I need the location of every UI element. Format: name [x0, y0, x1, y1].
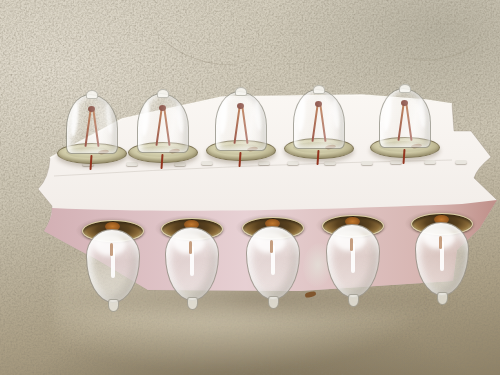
- glass-nipple-tip: [399, 84, 411, 93]
- perforation-dash-11: [455, 160, 467, 164]
- glass-nipple-tip: [268, 296, 279, 309]
- bulb-bottom-3: [236, 214, 308, 316]
- bulb-bottom-5: [405, 210, 477, 312]
- glass-nipple-tip: [86, 90, 98, 99]
- glass-nipple-tip: [157, 89, 169, 98]
- bulb-top-5: [370, 88, 438, 174]
- glass-envelope: [326, 224, 380, 298]
- glass-dome: [66, 94, 118, 154]
- filament-glimpse: [110, 243, 113, 256]
- glass-dome: [379, 88, 431, 148]
- glass-dome: [293, 89, 345, 149]
- filament-glimpse: [350, 238, 353, 251]
- glass-nipple-tip: [437, 292, 448, 305]
- bulb-top-3: [206, 91, 274, 177]
- foam-tray: [0, 0, 500, 375]
- glass-nipple-tip: [187, 297, 198, 310]
- bulb-bottom-4: [316, 212, 388, 314]
- glass-envelope: [165, 227, 219, 301]
- filament-glimpse: [189, 241, 192, 254]
- bulb-bottom-1: [76, 217, 148, 319]
- filament-glimpse: [270, 240, 273, 253]
- glass-envelope: [86, 229, 140, 303]
- glass-envelope: [415, 222, 469, 296]
- glass-nipple-tip: [235, 87, 247, 96]
- bulb-top-1: [57, 94, 125, 180]
- bulb-top-4: [284, 89, 352, 175]
- filament-glimpse: [439, 236, 442, 249]
- glass-dome: [215, 91, 267, 151]
- glass-dome: [137, 93, 189, 153]
- bulb-bottom-2: [155, 215, 227, 317]
- bulb-top-2: [128, 93, 196, 179]
- glass-nipple-tip: [348, 294, 359, 307]
- glass-nipple-tip: [108, 299, 119, 312]
- photo-of-bulb-tray: [0, 0, 500, 375]
- glass-envelope: [246, 226, 300, 300]
- glass-nipple-tip: [313, 85, 325, 94]
